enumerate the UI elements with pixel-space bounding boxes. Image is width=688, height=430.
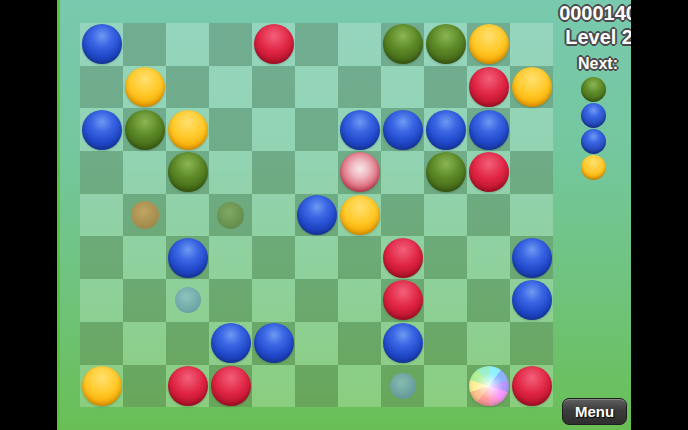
cell-r2c2[interactable] bbox=[166, 108, 209, 151]
cell-r3c0[interactable] bbox=[80, 151, 123, 194]
cell-r4c8[interactable] bbox=[424, 194, 467, 237]
ball-yellow[interactable] bbox=[125, 67, 165, 107]
cell-r7c4[interactable] bbox=[252, 322, 295, 365]
game-screen: 0000140 Level 2 Next: Menu bbox=[0, 0, 688, 430]
cell-r2c5[interactable] bbox=[295, 108, 338, 151]
cell-r7c5[interactable] bbox=[295, 322, 338, 365]
cell-r6c0[interactable] bbox=[80, 279, 123, 322]
ball-blue[interactable] bbox=[168, 238, 208, 278]
cell-r5c9[interactable] bbox=[467, 236, 510, 279]
cell-r6c9[interactable] bbox=[467, 279, 510, 322]
cell-r6c3[interactable] bbox=[209, 279, 252, 322]
cell-r7c9[interactable] bbox=[467, 322, 510, 365]
ball-blue[interactable] bbox=[254, 323, 294, 363]
next-label: Next: bbox=[578, 55, 618, 73]
score-display: 0000140 bbox=[559, 2, 637, 25]
cell-r8c2[interactable] bbox=[166, 365, 209, 408]
cell-r0c1[interactable] bbox=[123, 23, 166, 66]
cell-r8c3[interactable] bbox=[209, 365, 252, 408]
next-ball-green bbox=[581, 77, 606, 102]
cell-r5c3[interactable] bbox=[209, 236, 252, 279]
cell-r1c5[interactable] bbox=[295, 66, 338, 109]
next-ball-yellow bbox=[581, 155, 606, 180]
cell-r8c10[interactable] bbox=[510, 365, 553, 408]
cell-r1c4[interactable] bbox=[252, 66, 295, 109]
cell-r5c4[interactable] bbox=[252, 236, 295, 279]
cell-r0c9[interactable] bbox=[467, 23, 510, 66]
cell-r0c8[interactable] bbox=[424, 23, 467, 66]
cell-r8c8[interactable] bbox=[424, 365, 467, 408]
cell-r3c8[interactable] bbox=[424, 151, 467, 194]
cell-r8c0[interactable] bbox=[80, 365, 123, 408]
left-edge-strip bbox=[57, 0, 60, 430]
ball-green[interactable] bbox=[125, 110, 165, 150]
ball-green[interactable] bbox=[426, 24, 466, 64]
ball-red-selected[interactable] bbox=[340, 152, 380, 192]
ball-green[interactable] bbox=[383, 24, 423, 64]
ball-yellow[interactable] bbox=[82, 366, 122, 406]
cell-r5c8[interactable] bbox=[424, 236, 467, 279]
cell-r3c6[interactable] bbox=[338, 151, 381, 194]
cell-r1c7[interactable] bbox=[381, 66, 424, 109]
game-area: 0000140 Level 2 Next: Menu bbox=[57, 0, 631, 430]
ball-blue[interactable] bbox=[383, 323, 423, 363]
cell-r5c0[interactable] bbox=[80, 236, 123, 279]
cell-r8c6[interactable] bbox=[338, 365, 381, 408]
cell-r4c5[interactable] bbox=[295, 194, 338, 237]
cell-r2c6[interactable] bbox=[338, 108, 381, 151]
cell-r8c9[interactable] bbox=[467, 365, 510, 408]
preview-ball-blue bbox=[175, 287, 201, 313]
cell-r0c0[interactable] bbox=[80, 23, 123, 66]
cell-r4c6[interactable] bbox=[338, 194, 381, 237]
cell-r6c5[interactable] bbox=[295, 279, 338, 322]
cell-r8c4[interactable] bbox=[252, 365, 295, 408]
ball-red[interactable] bbox=[168, 366, 208, 406]
cell-r4c7[interactable] bbox=[381, 194, 424, 237]
menu-button[interactable]: Menu bbox=[562, 398, 627, 425]
ball-red[interactable] bbox=[383, 238, 423, 278]
preview-ball-blue bbox=[390, 373, 416, 399]
cell-r3c3[interactable] bbox=[209, 151, 252, 194]
ball-green[interactable] bbox=[168, 152, 208, 192]
cell-r2c9[interactable] bbox=[467, 108, 510, 151]
cell-r2c3[interactable] bbox=[209, 108, 252, 151]
cell-r6c4[interactable] bbox=[252, 279, 295, 322]
ball-yellow[interactable] bbox=[469, 24, 509, 64]
cell-r7c8[interactable] bbox=[424, 322, 467, 365]
game-board[interactable] bbox=[80, 23, 553, 407]
cell-r1c2[interactable] bbox=[166, 66, 209, 109]
cell-r6c1[interactable] bbox=[123, 279, 166, 322]
cell-r4c0[interactable] bbox=[80, 194, 123, 237]
ball-blue[interactable] bbox=[512, 280, 552, 320]
cell-r2c1[interactable] bbox=[123, 108, 166, 151]
preview-ball-yellow bbox=[131, 201, 159, 229]
ball-red[interactable] bbox=[383, 280, 423, 320]
cell-r5c1[interactable] bbox=[123, 236, 166, 279]
cell-r2c4[interactable] bbox=[252, 108, 295, 151]
cell-r8c7[interactable] bbox=[381, 365, 424, 408]
ball-blue[interactable] bbox=[82, 110, 122, 150]
ball-red[interactable] bbox=[211, 366, 251, 406]
cell-r7c0[interactable] bbox=[80, 322, 123, 365]
cell-r0c2[interactable] bbox=[166, 23, 209, 66]
cell-r6c10[interactable] bbox=[510, 279, 553, 322]
cell-r2c8[interactable] bbox=[424, 108, 467, 151]
ball-blue[interactable] bbox=[297, 195, 337, 235]
ball-blue[interactable] bbox=[512, 238, 552, 278]
cell-r4c9[interactable] bbox=[467, 194, 510, 237]
ball-rainbow-wild[interactable] bbox=[469, 366, 509, 406]
cell-r3c10[interactable] bbox=[510, 151, 553, 194]
ball-blue[interactable] bbox=[426, 110, 466, 150]
preview-ball-green bbox=[217, 202, 244, 229]
cell-r1c0[interactable] bbox=[80, 66, 123, 109]
cell-r8c5[interactable] bbox=[295, 365, 338, 408]
cell-r1c1[interactable] bbox=[123, 66, 166, 109]
cell-r7c2[interactable] bbox=[166, 322, 209, 365]
ball-yellow[interactable] bbox=[168, 110, 208, 150]
ball-yellow[interactable] bbox=[340, 195, 380, 235]
cell-r6c6[interactable] bbox=[338, 279, 381, 322]
cell-r6c8[interactable] bbox=[424, 279, 467, 322]
ball-green[interactable] bbox=[426, 152, 466, 192]
cell-r8c1[interactable] bbox=[123, 365, 166, 408]
cell-r2c7[interactable] bbox=[381, 108, 424, 151]
cell-r1c6[interactable] bbox=[338, 66, 381, 109]
cell-r5c6[interactable] bbox=[338, 236, 381, 279]
cell-r0c6[interactable] bbox=[338, 23, 381, 66]
ball-red[interactable] bbox=[512, 366, 552, 406]
cell-r4c2[interactable] bbox=[166, 194, 209, 237]
cell-r0c10[interactable] bbox=[510, 23, 553, 66]
cell-r7c6[interactable] bbox=[338, 322, 381, 365]
ball-red[interactable] bbox=[254, 24, 294, 64]
cell-r3c4[interactable] bbox=[252, 151, 295, 194]
ball-blue[interactable] bbox=[211, 323, 251, 363]
ball-yellow[interactable] bbox=[512, 67, 552, 107]
cell-r2c10[interactable] bbox=[510, 108, 553, 151]
cell-r0c7[interactable] bbox=[381, 23, 424, 66]
cell-r5c5[interactable] bbox=[295, 236, 338, 279]
cell-r6c2[interactable] bbox=[166, 279, 209, 322]
cell-r5c2[interactable] bbox=[166, 236, 209, 279]
cell-r3c1[interactable] bbox=[123, 151, 166, 194]
cell-r1c9[interactable] bbox=[467, 66, 510, 109]
cell-r6c7[interactable] bbox=[381, 279, 424, 322]
cell-r1c8[interactable] bbox=[424, 66, 467, 109]
next-ball-blue bbox=[581, 103, 606, 128]
cell-r0c4[interactable] bbox=[252, 23, 295, 66]
cell-r7c10[interactable] bbox=[510, 322, 553, 365]
cell-r0c5[interactable] bbox=[295, 23, 338, 66]
next-ball-blue bbox=[581, 129, 606, 154]
cell-r4c1[interactable] bbox=[123, 194, 166, 237]
cell-r3c2[interactable] bbox=[166, 151, 209, 194]
cell-r4c4[interactable] bbox=[252, 194, 295, 237]
next-balls-queue bbox=[581, 77, 606, 181]
level-display: Level 2 bbox=[565, 26, 633, 49]
cell-r4c3[interactable] bbox=[209, 194, 252, 237]
cell-r7c1[interactable] bbox=[123, 322, 166, 365]
cell-r1c3[interactable] bbox=[209, 66, 252, 109]
cell-r5c7[interactable] bbox=[381, 236, 424, 279]
cell-r3c9[interactable] bbox=[467, 151, 510, 194]
cell-r4c10[interactable] bbox=[510, 194, 553, 237]
cell-r2c0[interactable] bbox=[80, 108, 123, 151]
ball-blue[interactable] bbox=[469, 110, 509, 150]
ball-red[interactable] bbox=[469, 67, 509, 107]
ball-blue[interactable] bbox=[82, 24, 122, 64]
cell-r3c5[interactable] bbox=[295, 151, 338, 194]
letterbox-right bbox=[631, 0, 688, 430]
ball-blue[interactable] bbox=[383, 110, 423, 150]
cell-r1c10[interactable] bbox=[510, 66, 553, 109]
cell-r7c3[interactable] bbox=[209, 322, 252, 365]
cell-r5c10[interactable] bbox=[510, 236, 553, 279]
cell-r0c3[interactable] bbox=[209, 23, 252, 66]
ball-red[interactable] bbox=[469, 152, 509, 192]
cell-r3c7[interactable] bbox=[381, 151, 424, 194]
letterbox-left bbox=[0, 0, 57, 430]
cell-r7c7[interactable] bbox=[381, 322, 424, 365]
ball-blue[interactable] bbox=[340, 110, 380, 150]
